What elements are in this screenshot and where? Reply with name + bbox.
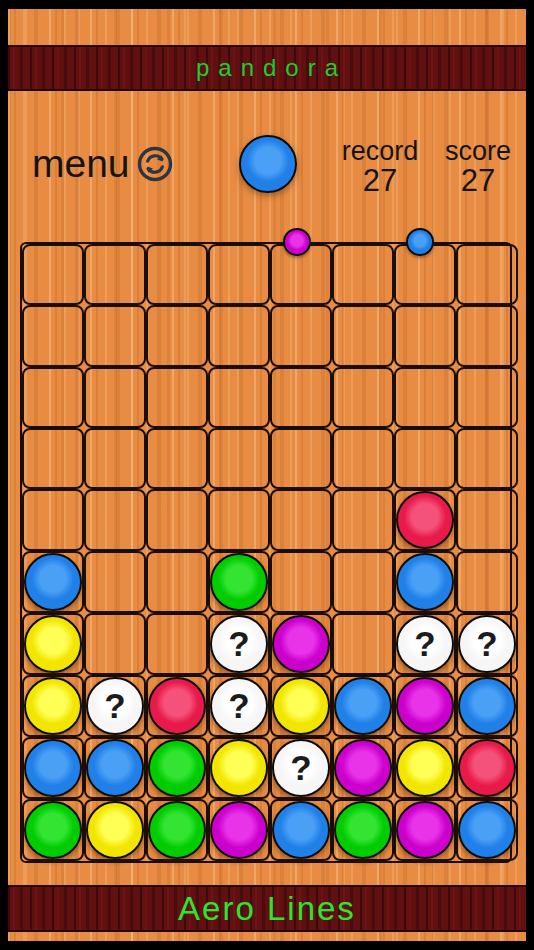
board-cell[interactable] — [146, 244, 208, 305]
ball-magenta[interactable] — [210, 801, 268, 859]
game-board: ?????? — [20, 242, 512, 863]
board-cell[interactable] — [22, 799, 84, 861]
ball-unknown[interactable]: ? — [272, 739, 330, 797]
question-mark: ? — [290, 750, 311, 785]
board-cell[interactable] — [394, 428, 456, 489]
ball-blue[interactable] — [334, 677, 392, 735]
board-cell[interactable] — [270, 613, 332, 675]
footer-bar: Aero Lines — [8, 885, 526, 932]
score-value: 27 — [428, 165, 526, 197]
board-cell[interactable] — [22, 428, 84, 489]
refresh-icon — [136, 145, 174, 183]
ball-yellow[interactable] — [24, 615, 82, 673]
ball-blue[interactable] — [24, 553, 82, 611]
board-cell[interactable] — [22, 551, 84, 613]
board-cell[interactable]: ? — [270, 737, 332, 799]
board-cell[interactable] — [84, 244, 146, 305]
ball-unknown[interactable]: ? — [396, 615, 454, 673]
board-cell[interactable] — [270, 675, 332, 737]
ball-blue[interactable] — [396, 553, 454, 611]
board-cell[interactable] — [22, 613, 84, 675]
score-stat: score 27 — [428, 137, 526, 197]
board-cell[interactable] — [84, 367, 146, 428]
board-cell[interactable] — [146, 799, 208, 861]
ball-green[interactable] — [334, 801, 392, 859]
board-cell[interactable] — [332, 367, 394, 428]
board-cell[interactable] — [394, 799, 456, 861]
board-cell[interactable] — [208, 799, 270, 861]
board-cell[interactable] — [146, 489, 208, 551]
app-frame: pandora menu record 27 score 27 ?????? A… — [8, 9, 526, 941]
ball-blue[interactable] — [458, 801, 516, 859]
board-cell[interactable] — [394, 489, 456, 551]
board-cell[interactable] — [22, 737, 84, 799]
board-cell[interactable] — [332, 244, 394, 305]
board-cell[interactable] — [270, 489, 332, 551]
board-cell[interactable] — [394, 367, 456, 428]
board-cell[interactable] — [332, 613, 394, 675]
menu-button[interactable]: menu — [32, 142, 130, 186]
ball-magenta[interactable] — [334, 739, 392, 797]
board-cell[interactable]: ? — [456, 613, 518, 675]
question-mark: ? — [228, 626, 249, 661]
board-cell[interactable]: ? — [208, 675, 270, 737]
ball-red[interactable] — [458, 739, 516, 797]
ball-unknown[interactable]: ? — [210, 615, 268, 673]
ball-green[interactable] — [148, 801, 206, 859]
board-cell[interactable] — [22, 675, 84, 737]
ball-red[interactable] — [396, 491, 454, 549]
app-title: pandora — [187, 54, 347, 82]
question-mark: ? — [414, 626, 435, 661]
board-cell[interactable] — [456, 489, 518, 551]
board-cell[interactable] — [146, 551, 208, 613]
board-cell[interactable] — [84, 305, 146, 366]
board-cell[interactable] — [394, 305, 456, 366]
preview-ball-blue — [406, 228, 434, 256]
board-cell[interactable] — [84, 428, 146, 489]
ball-green[interactable] — [210, 553, 268, 611]
score-label: score — [428, 137, 526, 165]
board-cell[interactable] — [22, 305, 84, 366]
ball-unknown[interactable]: ? — [458, 615, 516, 673]
preview-ball-magenta — [283, 228, 311, 256]
record-stat: record 27 — [320, 137, 440, 197]
board-cell[interactable] — [84, 737, 146, 799]
board-cell[interactable] — [208, 305, 270, 366]
ball-blue[interactable] — [24, 739, 82, 797]
ball-green[interactable] — [24, 801, 82, 859]
ball-blue[interactable] — [458, 677, 516, 735]
board-cell[interactable] — [332, 305, 394, 366]
ball-magenta[interactable] — [396, 801, 454, 859]
ball-yellow[interactable] — [24, 677, 82, 735]
board-cell[interactable] — [84, 799, 146, 861]
question-mark: ? — [104, 688, 125, 723]
game-name: Aero Lines — [178, 890, 356, 928]
board-cell[interactable] — [208, 489, 270, 551]
board-cell[interactable] — [270, 305, 332, 366]
board-cell[interactable] — [146, 367, 208, 428]
board-cell[interactable] — [394, 551, 456, 613]
board-cell[interactable] — [332, 428, 394, 489]
board-cell[interactable] — [22, 367, 84, 428]
board-cell[interactable] — [456, 737, 518, 799]
board-cell[interactable] — [456, 551, 518, 613]
ball-yellow[interactable] — [396, 739, 454, 797]
board-cell[interactable] — [270, 428, 332, 489]
board-cell[interactable] — [456, 305, 518, 366]
board-cell[interactable] — [146, 305, 208, 366]
ball-red[interactable] — [148, 677, 206, 735]
board-cell[interactable]: ? — [84, 675, 146, 737]
ball-green[interactable] — [148, 739, 206, 797]
title-bar: pandora — [8, 45, 526, 91]
record-label: record — [320, 137, 440, 165]
board-cell[interactable] — [208, 428, 270, 489]
board-cell[interactable] — [456, 675, 518, 737]
board-cell[interactable] — [332, 551, 394, 613]
board-cell[interactable] — [208, 551, 270, 613]
ball-unknown[interactable]: ? — [210, 677, 268, 735]
board-cell[interactable] — [208, 367, 270, 428]
board-cell[interactable] — [22, 244, 84, 305]
board-cell[interactable] — [146, 613, 208, 675]
ball-blue[interactable] — [272, 801, 330, 859]
board-cell[interactable] — [146, 737, 208, 799]
ball-yellow[interactable] — [86, 801, 144, 859]
refresh-button[interactable] — [136, 145, 174, 183]
board-cell[interactable] — [208, 244, 270, 305]
board-cell[interactable] — [270, 551, 332, 613]
board-cell[interactable] — [332, 675, 394, 737]
board-cell[interactable] — [394, 737, 456, 799]
ball-blue[interactable] — [86, 739, 144, 797]
board-cell[interactable] — [456, 367, 518, 428]
board-cell[interactable] — [456, 244, 518, 305]
board-cell[interactable]: ? — [394, 613, 456, 675]
board-cell[interactable] — [456, 799, 518, 861]
board-cell[interactable] — [332, 489, 394, 551]
board-cell[interactable] — [146, 428, 208, 489]
board-cell[interactable] — [270, 799, 332, 861]
ball-unknown[interactable]: ? — [86, 677, 144, 735]
board-cell[interactable] — [84, 613, 146, 675]
board-cell[interactable] — [456, 428, 518, 489]
board-cell[interactable] — [84, 489, 146, 551]
ball-yellow[interactable] — [272, 677, 330, 735]
board-cell[interactable] — [84, 551, 146, 613]
record-value: 27 — [320, 165, 440, 197]
board-cell[interactable] — [270, 367, 332, 428]
board-cell[interactable] — [22, 489, 84, 551]
board-cell[interactable]: ? — [208, 613, 270, 675]
board-cell[interactable] — [146, 675, 208, 737]
question-mark: ? — [228, 688, 249, 723]
next-ball-indicator — [239, 135, 297, 193]
ball-yellow[interactable] — [210, 739, 268, 797]
board-cell[interactable] — [394, 675, 456, 737]
board-cell[interactable] — [332, 799, 394, 861]
ball-magenta[interactable] — [396, 677, 454, 735]
board-cell[interactable] — [208, 737, 270, 799]
ball-magenta[interactable] — [272, 615, 330, 673]
board-cell[interactable] — [332, 737, 394, 799]
question-mark: ? — [476, 626, 497, 661]
